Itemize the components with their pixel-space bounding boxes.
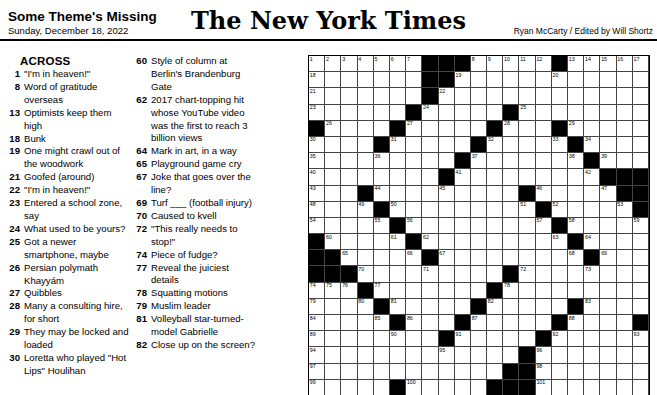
grid-cell[interactable]: 50	[390, 202, 406, 218]
grid-cell[interactable]	[325, 331, 341, 347]
grid-cell[interactable]: 36	[374, 153, 390, 169]
grid-cell[interactable]	[617, 153, 633, 169]
grid-cell[interactable]	[600, 121, 616, 137]
grid-cell[interactable]	[503, 153, 519, 169]
grid-cell[interactable]: 46	[536, 186, 552, 202]
grid-cell[interactable]	[487, 266, 503, 282]
grid-cell[interactable]	[617, 380, 633, 395]
grid-cell[interactable]	[455, 137, 471, 153]
grid-cell[interactable]	[503, 331, 519, 347]
grid-cell[interactable]	[633, 234, 649, 250]
grid-cell[interactable]: 31	[390, 137, 406, 153]
grid-cell[interactable]: 64	[584, 234, 600, 250]
grid-cell[interactable]	[471, 380, 487, 395]
grid-cell[interactable]	[439, 315, 455, 331]
grid-cell[interactable]	[341, 121, 357, 137]
grid-cell[interactable]: 49	[358, 202, 374, 218]
grid-cell[interactable]	[358, 105, 374, 121]
grid-cell[interactable]	[584, 218, 600, 234]
grid-cell[interactable]	[584, 315, 600, 331]
grid-cell[interactable]	[341, 137, 357, 153]
grid-cell[interactable]	[358, 331, 374, 347]
grid-cell[interactable]	[325, 364, 341, 380]
grid-cell[interactable]: 79	[309, 299, 325, 315]
grid-cell[interactable]	[503, 234, 519, 250]
grid-cell[interactable]	[390, 266, 406, 282]
grid-cell[interactable]	[519, 72, 535, 88]
grid-cell[interactable]: 62	[422, 234, 438, 250]
grid-cell[interactable]	[439, 364, 455, 380]
grid-cell[interactable]: 91	[455, 331, 471, 347]
grid-cell[interactable]	[552, 364, 568, 380]
grid-cell[interactable]: 33	[552, 137, 568, 153]
grid-cell[interactable]: 15	[600, 56, 616, 72]
grid-cell[interactable]	[633, 364, 649, 380]
grid-cell[interactable]	[358, 234, 374, 250]
grid-cell[interactable]: 27	[406, 121, 422, 137]
grid-cell[interactable]	[584, 72, 600, 88]
grid-cell[interactable]	[568, 202, 584, 218]
grid-cell[interactable]: 67	[439, 250, 455, 266]
grid-cell[interactable]	[325, 88, 341, 104]
grid-cell[interactable]	[406, 169, 422, 185]
grid-cell[interactable]: 3	[341, 56, 357, 72]
grid-cell[interactable]	[552, 186, 568, 202]
grid-cell[interactable]: 66	[406, 250, 422, 266]
grid-cell[interactable]	[568, 266, 584, 282]
grid-cell[interactable]	[568, 380, 584, 395]
grid-cell[interactable]	[422, 121, 438, 137]
grid-cell[interactable]: 23	[309, 105, 325, 121]
grid-cell[interactable]	[584, 186, 600, 202]
grid-cell[interactable]	[358, 380, 374, 395]
grid-cell[interactable]	[374, 234, 390, 250]
grid-cell[interactable]	[503, 72, 519, 88]
grid-cell[interactable]	[617, 266, 633, 282]
grid-cell[interactable]	[406, 266, 422, 282]
grid-cell[interactable]: 6	[390, 56, 406, 72]
grid-cell[interactable]	[439, 234, 455, 250]
grid-cell[interactable]	[617, 72, 633, 88]
grid-cell[interactable]: 99	[309, 380, 325, 395]
grid-cell[interactable]: 53	[617, 202, 633, 218]
grid-cell[interactable]: 57	[536, 218, 552, 234]
grid-cell[interactable]: 75	[325, 283, 341, 299]
grid-cell[interactable]	[617, 88, 633, 104]
grid-cell[interactable]	[341, 315, 357, 331]
grid-cell[interactable]	[358, 250, 374, 266]
grid-cell[interactable]	[617, 105, 633, 121]
grid-cell[interactable]	[552, 283, 568, 299]
grid-cell[interactable]	[358, 347, 374, 363]
grid-cell[interactable]: 34	[584, 137, 600, 153]
grid-cell[interactable]	[358, 137, 374, 153]
grid-cell[interactable]: 45	[439, 186, 455, 202]
grid-cell[interactable]	[536, 234, 552, 250]
grid-cell[interactable]	[374, 266, 390, 282]
grid-cell[interactable]	[358, 364, 374, 380]
grid-cell[interactable]: 29	[568, 121, 584, 137]
grid-cell[interactable]	[455, 186, 471, 202]
grid-cell[interactable]: 42	[584, 169, 600, 185]
grid-cell[interactable]	[487, 153, 503, 169]
grid-cell[interactable]	[617, 234, 633, 250]
grid-cell[interactable]	[633, 250, 649, 266]
grid-cell[interactable]	[455, 88, 471, 104]
grid-cell[interactable]	[471, 250, 487, 266]
grid-cell[interactable]	[374, 364, 390, 380]
grid-cell[interactable]	[341, 186, 357, 202]
grid-cell[interactable]	[568, 364, 584, 380]
grid-cell[interactable]	[600, 72, 616, 88]
grid-cell[interactable]: 48	[309, 202, 325, 218]
grid-cell[interactable]: 54	[309, 218, 325, 234]
grid-cell[interactable]	[503, 347, 519, 363]
grid-cell[interactable]	[584, 283, 600, 299]
grid-cell[interactable]	[341, 105, 357, 121]
grid-cell[interactable]	[390, 186, 406, 202]
grid-cell[interactable]	[600, 347, 616, 363]
grid-cell[interactable]	[390, 88, 406, 104]
grid-cell[interactable]	[358, 121, 374, 137]
grid-cell[interactable]	[617, 218, 633, 234]
grid-cell[interactable]	[487, 202, 503, 218]
grid-cell[interactable]	[390, 153, 406, 169]
grid-cell[interactable]	[325, 299, 341, 315]
grid-cell[interactable]	[600, 88, 616, 104]
grid-cell[interactable]	[536, 250, 552, 266]
grid-cell[interactable]	[568, 186, 584, 202]
grid-cell[interactable]	[406, 299, 422, 315]
grid-cell[interactable]: 52	[552, 202, 568, 218]
grid-cell[interactable]: 16	[617, 56, 633, 72]
grid-cell[interactable]: 93	[633, 331, 649, 347]
grid-cell[interactable]	[600, 380, 616, 395]
grid-cell[interactable]	[471, 364, 487, 380]
grid-cell[interactable]: 88	[568, 315, 584, 331]
grid-cell[interactable]	[519, 121, 535, 137]
grid-cell[interactable]	[455, 266, 471, 282]
grid-cell[interactable]	[519, 218, 535, 234]
grid-cell[interactable]	[406, 347, 422, 363]
grid-cell[interactable]	[455, 250, 471, 266]
grid-cell[interactable]: 76	[341, 283, 357, 299]
grid-cell[interactable]: 63	[552, 234, 568, 250]
grid-cell[interactable]: 60	[325, 234, 341, 250]
grid-cell[interactable]	[568, 72, 584, 88]
grid-cell[interactable]	[568, 331, 584, 347]
grid-cell[interactable]	[600, 105, 616, 121]
grid-cell[interactable]	[487, 186, 503, 202]
grid-cell[interactable]	[406, 364, 422, 380]
grid-cell[interactable]	[568, 347, 584, 363]
grid-cell[interactable]	[487, 234, 503, 250]
grid-cell[interactable]	[536, 105, 552, 121]
grid-cell[interactable]: 92	[552, 331, 568, 347]
grid-cell[interactable]	[519, 88, 535, 104]
grid-cell[interactable]	[487, 105, 503, 121]
grid-cell[interactable]	[536, 72, 552, 88]
grid-cell[interactable]	[487, 364, 503, 380]
grid-cell[interactable]: 5	[374, 56, 390, 72]
grid-cell[interactable]: 98	[536, 364, 552, 380]
grid-cell[interactable]	[374, 105, 390, 121]
grid-cell[interactable]: 85	[374, 315, 390, 331]
grid-cell[interactable]: 10	[503, 56, 519, 72]
grid-cell[interactable]	[325, 137, 341, 153]
grid-cell[interactable]	[374, 250, 390, 266]
grid-cell[interactable]	[600, 218, 616, 234]
grid-cell[interactable]	[584, 331, 600, 347]
grid-cell[interactable]	[487, 88, 503, 104]
grid-cell[interactable]	[341, 169, 357, 185]
grid-cell[interactable]: 82	[487, 299, 503, 315]
grid-cell[interactable]	[455, 380, 471, 395]
grid-cell[interactable]	[552, 153, 568, 169]
grid-cell[interactable]	[422, 186, 438, 202]
grid-cell[interactable]	[422, 380, 438, 395]
grid-cell[interactable]	[471, 169, 487, 185]
grid-cell[interactable]	[455, 105, 471, 121]
grid-cell[interactable]: 59	[633, 218, 649, 234]
grid-cell[interactable]	[584, 380, 600, 395]
grid-cell[interactable]	[633, 88, 649, 104]
grid-cell[interactable]: 14	[584, 56, 600, 72]
grid-cell[interactable]	[471, 72, 487, 88]
grid-cell[interactable]	[633, 137, 649, 153]
grid-cell[interactable]: 81	[390, 299, 406, 315]
grid-cell[interactable]	[633, 299, 649, 315]
grid-cell[interactable]	[600, 364, 616, 380]
grid-cell[interactable]: 26	[325, 121, 341, 137]
grid-cell[interactable]	[390, 347, 406, 363]
grid-cell[interactable]	[422, 331, 438, 347]
grid-cell[interactable]	[536, 266, 552, 282]
grid-cell[interactable]	[552, 105, 568, 121]
grid-cell[interactable]	[374, 347, 390, 363]
grid-cell[interactable]	[439, 153, 455, 169]
grid-cell[interactable]	[439, 218, 455, 234]
grid-cell[interactable]: 78	[503, 283, 519, 299]
grid-cell[interactable]	[406, 137, 422, 153]
grid-cell[interactable]	[503, 169, 519, 185]
grid-cell[interactable]: 95	[439, 347, 455, 363]
grid-cell[interactable]	[341, 299, 357, 315]
grid-cell[interactable]	[503, 250, 519, 266]
grid-cell[interactable]	[617, 283, 633, 299]
grid-cell[interactable]	[633, 347, 649, 363]
grid-cell[interactable]	[422, 202, 438, 218]
grid-cell[interactable]	[325, 105, 341, 121]
grid-cell[interactable]: 69	[600, 250, 616, 266]
grid-cell[interactable]	[519, 137, 535, 153]
grid-cell[interactable]: 8	[471, 56, 487, 72]
grid-cell[interactable]: 9	[487, 56, 503, 72]
grid-cell[interactable]	[519, 234, 535, 250]
grid-cell[interactable]: 22	[439, 88, 455, 104]
grid-cell[interactable]: 97	[309, 364, 325, 380]
grid-cell[interactable]	[536, 283, 552, 299]
grid-cell[interactable]	[487, 169, 503, 185]
grid-cell[interactable]: 90	[390, 331, 406, 347]
grid-cell[interactable]	[600, 283, 616, 299]
grid-cell[interactable]	[617, 347, 633, 363]
grid-cell[interactable]	[406, 72, 422, 88]
grid-cell[interactable]	[568, 105, 584, 121]
grid-cell[interactable]	[406, 88, 422, 104]
grid-cell[interactable]	[325, 202, 341, 218]
grid-cell[interactable]	[600, 137, 616, 153]
grid-cell[interactable]: 18	[309, 72, 325, 88]
grid-cell[interactable]: 87	[471, 315, 487, 331]
grid-cell[interactable]	[487, 218, 503, 234]
grid-cell[interactable]	[455, 202, 471, 218]
grid-cell[interactable]	[487, 315, 503, 331]
grid-cell[interactable]	[374, 380, 390, 395]
grid-cell[interactable]: 40	[309, 169, 325, 185]
grid-cell[interactable]	[519, 299, 535, 315]
grid-cell[interactable]: 77	[374, 283, 390, 299]
grid-cell[interactable]	[422, 153, 438, 169]
grid-cell[interactable]: 20	[552, 72, 568, 88]
grid-cell[interactable]	[390, 250, 406, 266]
grid-cell[interactable]	[519, 283, 535, 299]
grid-cell[interactable]	[552, 299, 568, 315]
grid-cell[interactable]: 65	[341, 250, 357, 266]
grid-cell[interactable]: 56	[406, 218, 422, 234]
grid-cell[interactable]	[455, 364, 471, 380]
grid-cell[interactable]	[503, 299, 519, 315]
grid-cell[interactable]	[519, 169, 535, 185]
grid-cell[interactable]	[455, 299, 471, 315]
grid-cell[interactable]	[390, 364, 406, 380]
grid-cell[interactable]	[471, 218, 487, 234]
grid-cell[interactable]	[439, 283, 455, 299]
grid-cell[interactable]	[439, 266, 455, 282]
grid-cell[interactable]: 39	[600, 153, 616, 169]
grid-cell[interactable]	[519, 250, 535, 266]
grid-cell[interactable]	[341, 72, 357, 88]
grid-cell[interactable]: 2	[325, 56, 341, 72]
grid-cell[interactable]: 41	[455, 169, 471, 185]
grid-cell[interactable]: 32	[487, 137, 503, 153]
grid-cell[interactable]: 24	[422, 105, 438, 121]
grid-cell[interactable]: 43	[309, 186, 325, 202]
grid-cell[interactable]	[325, 347, 341, 363]
grid-cell[interactable]	[374, 331, 390, 347]
grid-cell[interactable]: 74	[309, 283, 325, 299]
grid-cell[interactable]: 89	[309, 331, 325, 347]
grid-cell[interactable]	[325, 380, 341, 395]
grid-cell[interactable]	[600, 234, 616, 250]
grid-cell[interactable]	[536, 299, 552, 315]
grid-cell[interactable]	[471, 234, 487, 250]
grid-cell[interactable]	[487, 250, 503, 266]
grid-cell[interactable]: 58	[568, 218, 584, 234]
grid-cell[interactable]	[600, 299, 616, 315]
grid-cell[interactable]	[439, 380, 455, 395]
grid-cell[interactable]	[536, 88, 552, 104]
grid-cell[interactable]	[633, 72, 649, 88]
grid-cell[interactable]	[617, 364, 633, 380]
grid-cell[interactable]: 55	[374, 218, 390, 234]
grid-cell[interactable]	[455, 234, 471, 250]
grid-cell[interactable]	[341, 202, 357, 218]
grid-cell[interactable]	[406, 186, 422, 202]
grid-cell[interactable]	[584, 202, 600, 218]
grid-cell[interactable]	[406, 202, 422, 218]
grid-cell[interactable]	[390, 72, 406, 88]
grid-cell[interactable]	[584, 121, 600, 137]
grid-cell[interactable]	[552, 250, 568, 266]
grid-cell[interactable]	[552, 347, 568, 363]
grid-cell[interactable]	[325, 169, 341, 185]
grid-cell[interactable]	[374, 121, 390, 137]
grid-cell[interactable]	[455, 347, 471, 363]
grid-cell[interactable]	[341, 364, 357, 380]
grid-cell[interactable]	[487, 331, 503, 347]
grid-cell[interactable]	[358, 153, 374, 169]
grid-cell[interactable]	[390, 105, 406, 121]
grid-cell[interactable]	[471, 331, 487, 347]
grid-cell[interactable]	[406, 153, 422, 169]
grid-cell[interactable]	[519, 315, 535, 331]
grid-cell[interactable]	[341, 218, 357, 234]
grid-cell[interactable]	[503, 218, 519, 234]
grid-cell[interactable]	[422, 299, 438, 315]
grid-cell[interactable]: 44	[374, 186, 390, 202]
grid-cell[interactable]	[519, 153, 535, 169]
grid-cell[interactable]	[358, 315, 374, 331]
grid-cell[interactable]	[568, 169, 584, 185]
grid-cell[interactable]	[406, 331, 422, 347]
grid-cell[interactable]: 38	[568, 153, 584, 169]
grid-cell[interactable]	[341, 88, 357, 104]
crossword-grid[interactable]: 1234567891011121314151617181920212223242…	[308, 55, 650, 395]
grid-cell[interactable]: 7	[406, 56, 422, 72]
grid-cell[interactable]	[617, 137, 633, 153]
grid-cell[interactable]	[568, 88, 584, 104]
grid-cell[interactable]	[471, 88, 487, 104]
grid-cell[interactable]	[341, 347, 357, 363]
grid-cell[interactable]	[617, 121, 633, 137]
grid-cell[interactable]	[633, 266, 649, 282]
grid-cell[interactable]	[439, 121, 455, 137]
grid-cell[interactable]: 72	[519, 266, 535, 282]
grid-cell[interactable]: 101	[536, 380, 552, 395]
grid-cell[interactable]	[374, 169, 390, 185]
grid-cell[interactable]: 4	[358, 56, 374, 72]
grid-cell[interactable]: 86	[406, 315, 422, 331]
grid-cell[interactable]	[422, 137, 438, 153]
grid-cell[interactable]	[503, 202, 519, 218]
grid-cell[interactable]	[471, 266, 487, 282]
grid-cell[interactable]	[471, 105, 487, 121]
grid-cell[interactable]	[600, 202, 616, 218]
grid-cell[interactable]	[552, 380, 568, 395]
grid-cell[interactable]: 71	[422, 266, 438, 282]
grid-cell[interactable]	[439, 137, 455, 153]
grid-cell[interactable]	[422, 218, 438, 234]
grid-cell[interactable]: 73	[584, 266, 600, 282]
grid-cell[interactable]	[600, 331, 616, 347]
grid-cell[interactable]	[341, 153, 357, 169]
grid-cell[interactable]	[633, 121, 649, 137]
grid-cell[interactable]	[374, 88, 390, 104]
grid-cell[interactable]	[519, 331, 535, 347]
grid-cell[interactable]	[422, 169, 438, 185]
grid-cell[interactable]	[455, 218, 471, 234]
